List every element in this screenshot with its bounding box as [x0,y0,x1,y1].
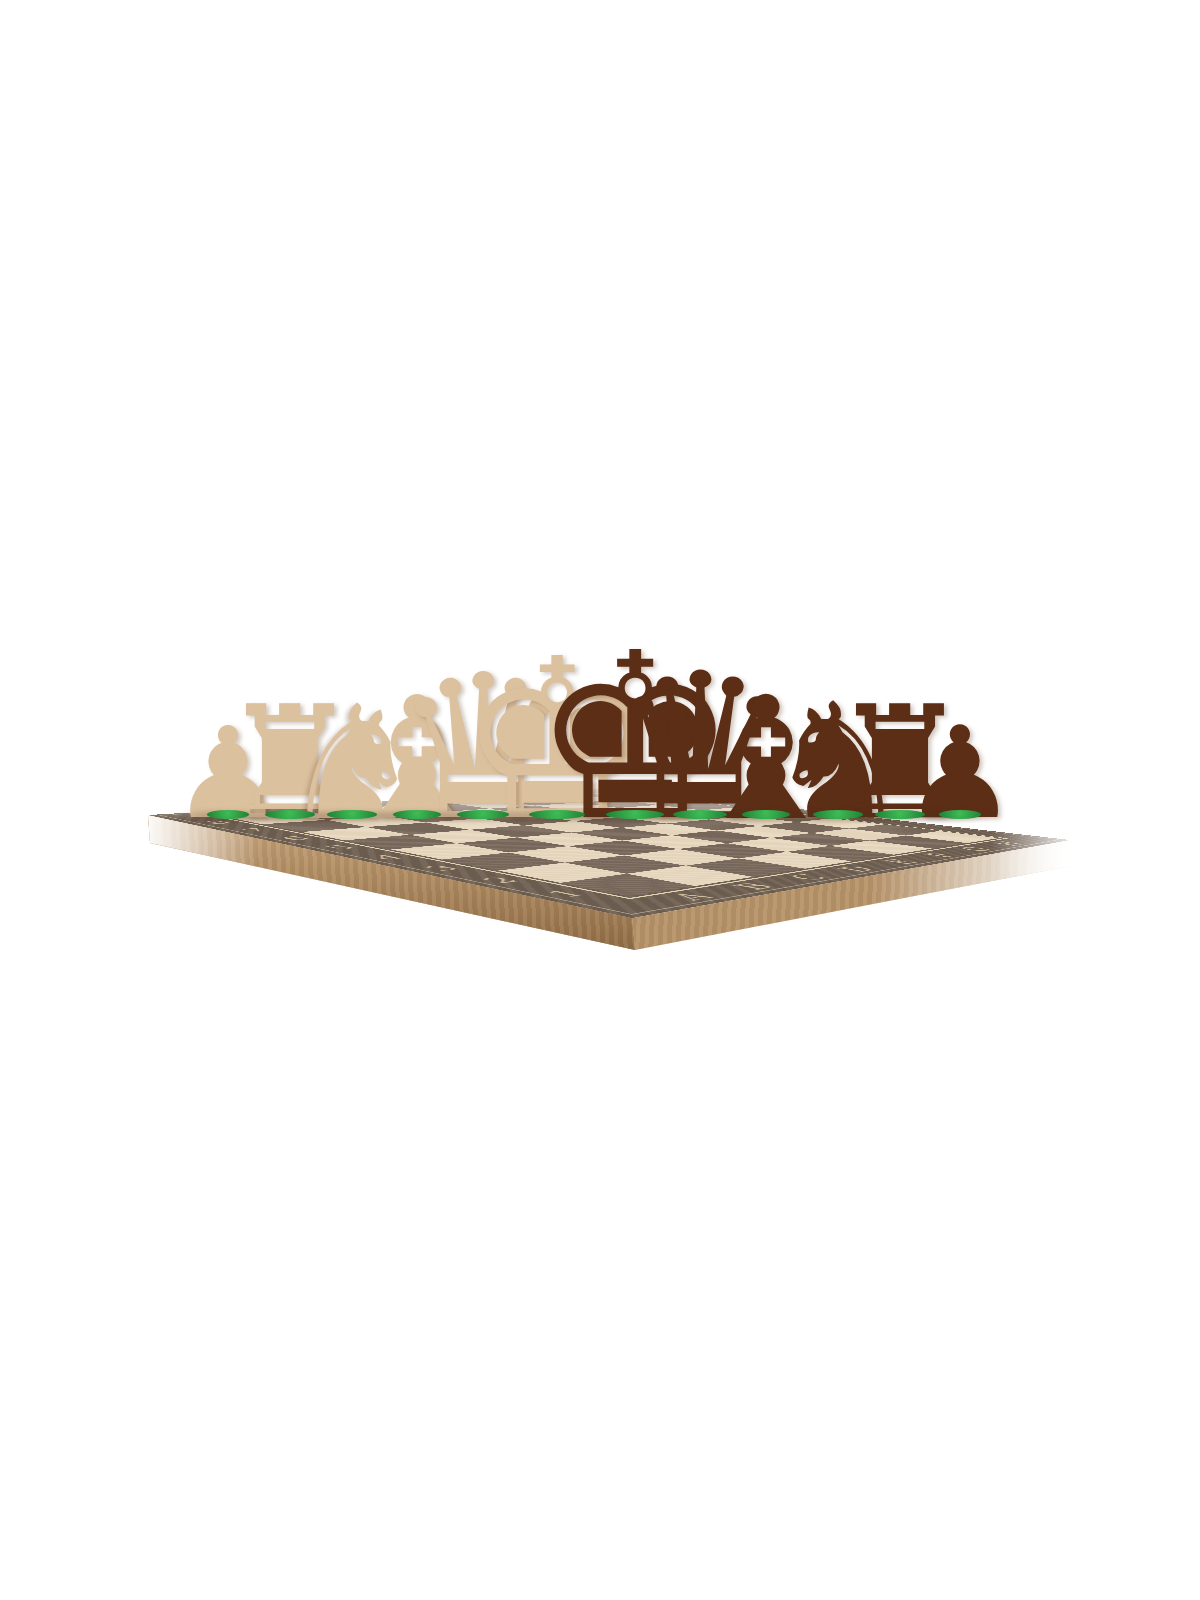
dark-knight-felt-base [813,810,863,819]
dark-rook-felt-base [875,810,925,819]
white-queen-felt-base [457,810,509,819]
white-king-felt-base [529,810,585,819]
dark-queen-felt-base [673,810,727,819]
pieces-layer: ♟♜♞♝♛♚♚♛♝♞♜♟ [0,0,1200,1600]
dark-bishop-felt-base [742,810,790,819]
white-bishop-felt-base [393,810,441,819]
white-rook-felt-base [265,810,315,819]
product-photo: 87654321 HGFEDCBA ♟♜♞♝♛♚♚♛♝♞♜♟ [0,0,1200,1600]
dark-king-felt-base [606,810,664,819]
dark-pawn-felt-base [939,810,981,819]
white-knight-felt-base [327,810,377,819]
white-pawn-felt-base [207,810,249,819]
